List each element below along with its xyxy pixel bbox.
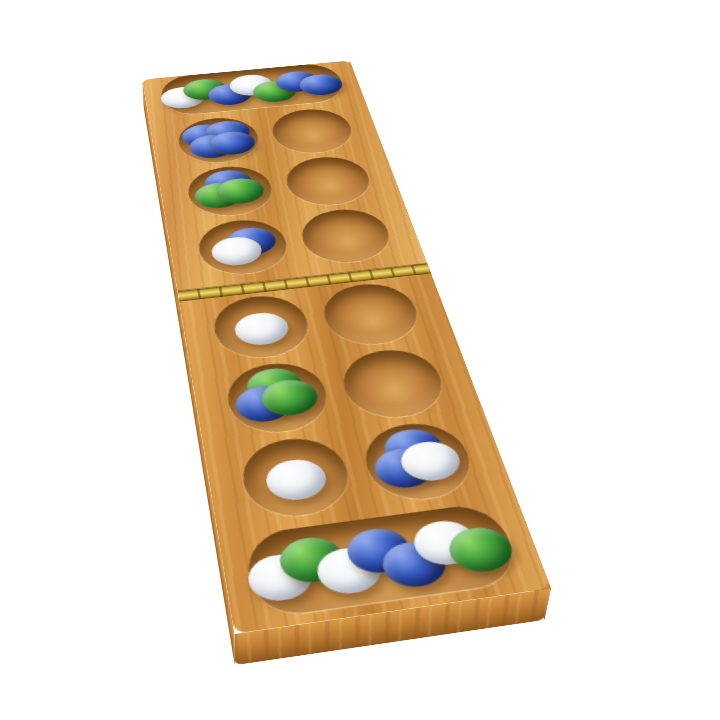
stone-white: ● (210, 235, 265, 268)
stone-blue: ● (223, 225, 278, 257)
board-half-far: ●●●●●●● ●●●● ●●● ●● (142, 61, 427, 292)
pit-grid-near: ● ●●● ● ●●● (179, 273, 514, 531)
pit-left-1[interactable]: ●●●● (174, 115, 262, 166)
stone-blue: ● (207, 130, 257, 157)
stone-blue: ● (379, 427, 447, 471)
stone-green: ● (258, 377, 321, 418)
stone-blue: ● (343, 525, 416, 576)
mancala-board: ●●●●●●● ●●●● ●●● ●● ● ●●● ● (142, 61, 551, 634)
stone-green: ● (193, 180, 245, 209)
stone-green: ● (243, 366, 305, 406)
pit-left-4[interactable]: ● (209, 292, 315, 362)
stone-white: ● (159, 85, 206, 110)
board-half-near: ● ●●● ● ●●● ●●●●●●● (179, 273, 551, 633)
stone-blue: ● (274, 70, 322, 94)
stone-white: ● (396, 439, 465, 484)
stone-blue: ● (233, 383, 296, 425)
stone-blue: ● (187, 133, 237, 160)
stone-white: ● (409, 517, 483, 568)
stone-white: ● (244, 551, 316, 604)
stone-blue: ● (370, 445, 439, 491)
stone-green: ● (443, 524, 518, 575)
stone-white: ● (262, 457, 329, 503)
stone-white: ● (227, 73, 275, 97)
stone-blue: ● (206, 83, 254, 107)
pit-right-6[interactable]: ●●● (356, 418, 480, 504)
pit-left-5[interactable]: ●●● (222, 359, 334, 438)
pit-grid-far: ●●●● ●●● ●● (149, 101, 424, 284)
pit-left-6[interactable]: ● (236, 433, 356, 521)
pit-right-5[interactable] (335, 345, 451, 422)
pit-left-2[interactable]: ●●● (184, 163, 277, 219)
stone-blue: ● (181, 123, 230, 149)
pit-right-1[interactable] (267, 106, 358, 156)
stone-blue: ● (202, 169, 254, 198)
stone-white: ● (313, 545, 386, 598)
stone-blue: ● (378, 538, 452, 590)
pit-right-4[interactable] (316, 280, 425, 349)
mancala-board-scene: ●●●●●●● ●●●● ●●● ●● ● ●●● ● (142, 62, 352, 674)
pit-right-2[interactable] (280, 154, 376, 209)
stone-blue: ● (296, 73, 345, 97)
stone-green: ● (214, 176, 266, 205)
pit-right-3[interactable] (295, 206, 396, 267)
stone-blue: ● (203, 119, 252, 145)
stone-green: ● (251, 79, 299, 103)
stone-white: ● (232, 311, 291, 348)
pit-left-3[interactable]: ●● (194, 216, 292, 278)
stone-green: ● (276, 534, 347, 586)
stone-green: ● (181, 77, 228, 101)
page: ●●●●●●● ●●●● ●●● ●● ● ●●● ● (0, 0, 720, 720)
